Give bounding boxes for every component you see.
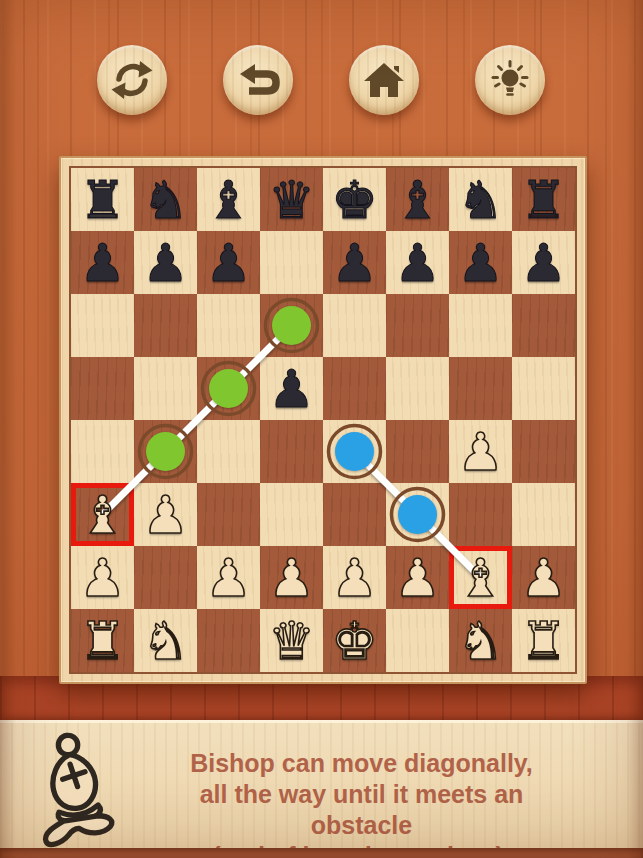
square-d8[interactable]: ♛ bbox=[260, 168, 323, 231]
square-a8[interactable]: ♜ bbox=[71, 168, 134, 231]
black-pawn-e7[interactable]: ♟ bbox=[323, 231, 386, 294]
square-a3[interactable]: ♝ bbox=[71, 483, 134, 546]
board-frame: ♜♞♝♛♚♝♞♜♟♟♟♟♟♟♟♟♟♝♟♟♟♟♟♟♝♟♜♞♛♚♞♜ bbox=[59, 156, 587, 684]
white-pawn-a2[interactable]: ♟ bbox=[71, 546, 134, 609]
black-pawn-f7[interactable]: ♟ bbox=[386, 231, 449, 294]
white-knight-g1[interactable]: ♞ bbox=[449, 609, 512, 672]
black-pawn-b7[interactable]: ♟ bbox=[134, 231, 197, 294]
square-b8[interactable]: ♞ bbox=[134, 168, 197, 231]
square-g2[interactable]: ♝ bbox=[449, 546, 512, 609]
white-pawn-h2[interactable]: ♟ bbox=[512, 546, 575, 609]
black-queen-d8[interactable]: ♛ bbox=[260, 168, 323, 231]
black-bishop-c8[interactable]: ♝ bbox=[197, 168, 260, 231]
square-e5[interactable] bbox=[323, 357, 386, 420]
square-b2[interactable] bbox=[134, 546, 197, 609]
sync-icon bbox=[110, 58, 154, 102]
square-c1[interactable] bbox=[197, 609, 260, 672]
white-knight-b1[interactable]: ♞ bbox=[134, 609, 197, 672]
square-f4[interactable] bbox=[386, 420, 449, 483]
square-g6[interactable] bbox=[449, 294, 512, 357]
square-e6[interactable] bbox=[323, 294, 386, 357]
white-bishop-g2[interactable]: ♝ bbox=[449, 546, 512, 609]
square-e7[interactable]: ♟ bbox=[323, 231, 386, 294]
home-button[interactable] bbox=[349, 45, 419, 115]
square-e3[interactable] bbox=[323, 483, 386, 546]
white-king-e1[interactable]: ♚ bbox=[323, 609, 386, 672]
white-rook-a1[interactable]: ♜ bbox=[71, 609, 134, 672]
white-rook-h1[interactable]: ♜ bbox=[512, 609, 575, 672]
square-d7[interactable] bbox=[260, 231, 323, 294]
tutorial-panel: Bishop can move diagonally, all the way … bbox=[0, 720, 643, 848]
square-e2[interactable]: ♟ bbox=[323, 546, 386, 609]
bottom-wood-strip bbox=[0, 848, 643, 858]
black-bishop-f8[interactable]: ♝ bbox=[386, 168, 449, 231]
board-area: ♜♞♝♛♚♝♞♜♟♟♟♟♟♟♟♟♟♝♟♟♟♟♟♟♝♟♜♞♛♚♞♜ bbox=[59, 156, 587, 684]
toolbar bbox=[97, 45, 545, 115]
square-g7[interactable]: ♟ bbox=[449, 231, 512, 294]
square-b5[interactable] bbox=[134, 357, 197, 420]
square-f2[interactable]: ♟ bbox=[386, 546, 449, 609]
home-icon bbox=[362, 58, 406, 102]
chess-tutorial-app: ♜♞♝♛♚♝♞♜♟♟♟♟♟♟♟♟♟♝♟♟♟♟♟♟♝♟♜♞♛♚♞♜ Bishop … bbox=[0, 0, 643, 858]
square-c5[interactable] bbox=[197, 357, 260, 420]
white-pawn-b3[interactable]: ♟ bbox=[134, 483, 197, 546]
square-h1[interactable]: ♜ bbox=[512, 609, 575, 672]
square-d6[interactable] bbox=[260, 294, 323, 357]
square-a2[interactable]: ♟ bbox=[71, 546, 134, 609]
bishop-icon bbox=[0, 720, 150, 850]
tutorial-line-2: all the way until it meets an obstacle bbox=[150, 779, 573, 841]
square-a7[interactable]: ♟ bbox=[71, 231, 134, 294]
square-h2[interactable]: ♟ bbox=[512, 546, 575, 609]
white-pawn-d2[interactable]: ♟ bbox=[260, 546, 323, 609]
square-f7[interactable]: ♟ bbox=[386, 231, 449, 294]
square-b6[interactable] bbox=[134, 294, 197, 357]
black-knight-b8[interactable]: ♞ bbox=[134, 168, 197, 231]
tutorial-line-1: Bishop can move diagonally, bbox=[150, 748, 573, 779]
lightbulb-icon bbox=[488, 58, 532, 102]
square-c4[interactable] bbox=[197, 420, 260, 483]
undo-button[interactable] bbox=[223, 45, 293, 115]
square-h6[interactable] bbox=[512, 294, 575, 357]
black-pawn-a7[interactable]: ♟ bbox=[71, 231, 134, 294]
square-g4[interactable]: ♟ bbox=[449, 420, 512, 483]
square-f1[interactable] bbox=[386, 609, 449, 672]
square-e4[interactable] bbox=[323, 420, 386, 483]
square-e1[interactable]: ♚ bbox=[323, 609, 386, 672]
square-d1[interactable]: ♛ bbox=[260, 609, 323, 672]
square-a1[interactable]: ♜ bbox=[71, 609, 134, 672]
black-rook-a8[interactable]: ♜ bbox=[71, 168, 134, 231]
black-knight-g8[interactable]: ♞ bbox=[449, 168, 512, 231]
white-pawn-e2[interactable]: ♟ bbox=[323, 546, 386, 609]
square-f8[interactable]: ♝ bbox=[386, 168, 449, 231]
black-rook-h8[interactable]: ♜ bbox=[512, 168, 575, 231]
square-h7[interactable]: ♟ bbox=[512, 231, 575, 294]
square-g8[interactable]: ♞ bbox=[449, 168, 512, 231]
square-g5[interactable] bbox=[449, 357, 512, 420]
square-a6[interactable] bbox=[71, 294, 134, 357]
hint-button[interactable] bbox=[475, 45, 545, 115]
black-king-e8[interactable]: ♚ bbox=[323, 168, 386, 231]
square-c7[interactable]: ♟ bbox=[197, 231, 260, 294]
white-pawn-f2[interactable]: ♟ bbox=[386, 546, 449, 609]
white-bishop-a3[interactable]: ♝ bbox=[71, 483, 134, 546]
square-h5[interactable] bbox=[512, 357, 575, 420]
square-b4[interactable] bbox=[134, 420, 197, 483]
square-c8[interactable]: ♝ bbox=[197, 168, 260, 231]
undo-icon bbox=[236, 58, 280, 102]
square-f3[interactable] bbox=[386, 483, 449, 546]
square-h3[interactable] bbox=[512, 483, 575, 546]
white-pawn-g4[interactable]: ♟ bbox=[449, 420, 512, 483]
chess-board[interactable]: ♜♞♝♛♚♝♞♜♟♟♟♟♟♟♟♟♟♝♟♟♟♟♟♟♝♟♜♞♛♚♞♜ bbox=[69, 166, 577, 674]
restart-button[interactable] bbox=[97, 45, 167, 115]
black-pawn-h7[interactable]: ♟ bbox=[512, 231, 575, 294]
square-g1[interactable]: ♞ bbox=[449, 609, 512, 672]
square-c6[interactable] bbox=[197, 294, 260, 357]
white-pawn-c2[interactable]: ♟ bbox=[197, 546, 260, 609]
tutorial-text: Bishop can move diagonally, all the way … bbox=[150, 720, 643, 858]
square-d2[interactable]: ♟ bbox=[260, 546, 323, 609]
square-a5[interactable] bbox=[71, 357, 134, 420]
square-c3[interactable] bbox=[197, 483, 260, 546]
black-pawn-c7[interactable]: ♟ bbox=[197, 231, 260, 294]
black-pawn-d5[interactable]: ♟ bbox=[260, 357, 323, 420]
square-c2[interactable]: ♟ bbox=[197, 546, 260, 609]
white-queen-d1[interactable]: ♛ bbox=[260, 609, 323, 672]
square-b1[interactable]: ♞ bbox=[134, 609, 197, 672]
square-b7[interactable]: ♟ bbox=[134, 231, 197, 294]
square-d3[interactable] bbox=[260, 483, 323, 546]
square-h4[interactable] bbox=[512, 420, 575, 483]
square-a4[interactable] bbox=[71, 420, 134, 483]
square-e8[interactable]: ♚ bbox=[323, 168, 386, 231]
square-d5[interactable]: ♟ bbox=[260, 357, 323, 420]
black-pawn-g7[interactable]: ♟ bbox=[449, 231, 512, 294]
square-f5[interactable] bbox=[386, 357, 449, 420]
square-f6[interactable] bbox=[386, 294, 449, 357]
square-g3[interactable] bbox=[449, 483, 512, 546]
square-d4[interactable] bbox=[260, 420, 323, 483]
square-b3[interactable]: ♟ bbox=[134, 483, 197, 546]
square-h8[interactable]: ♜ bbox=[512, 168, 575, 231]
